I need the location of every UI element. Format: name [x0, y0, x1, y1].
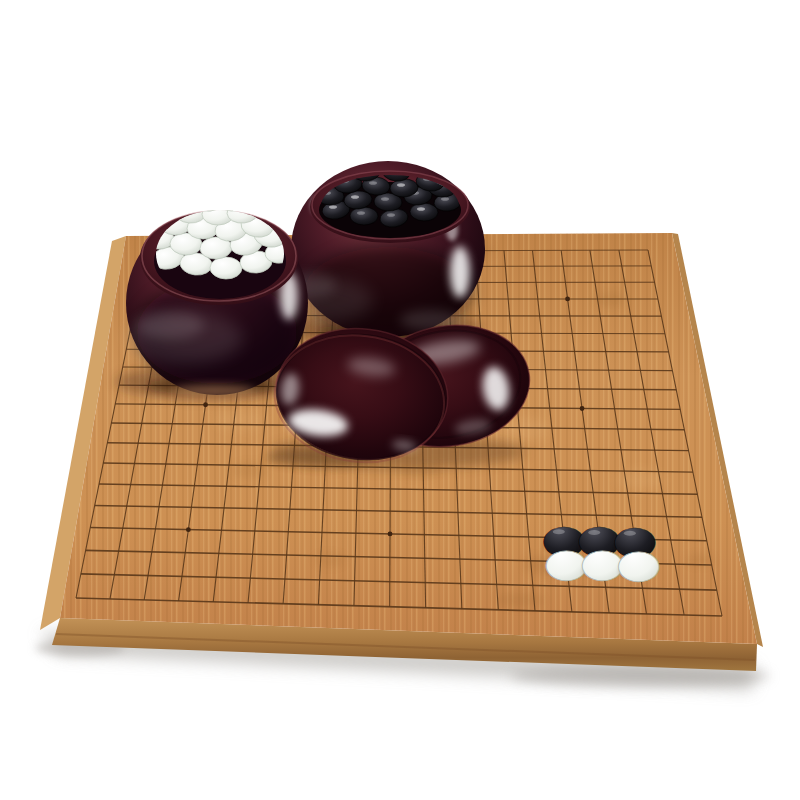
product-photo-go-set: ●●●●●●: [0, 0, 800, 800]
white-stone-in-bowl: [210, 257, 242, 280]
wood-light-patch: [214, 410, 266, 430]
specular-highlight: [450, 246, 470, 298]
wood-light-patch: [616, 470, 664, 490]
star-point-D10: [203, 402, 208, 407]
black-stone-in-bowl: [350, 207, 378, 225]
stones-on-board: ●●●●●●: [541, 515, 662, 586]
stone-glint: [417, 207, 425, 211]
stone-glint: [553, 529, 565, 534]
stone-glint: [387, 213, 395, 217]
stone-glint: [369, 181, 377, 185]
stone-glint: [624, 531, 636, 536]
stone-glint: [357, 211, 365, 215]
stone-glint: [381, 197, 389, 201]
star-point-Q10: [580, 406, 585, 411]
stone-glint: [351, 195, 359, 199]
stone-white-R3: ●: [615, 541, 661, 586]
wood-smudge: [232, 462, 268, 478]
star-point-Q16: [565, 297, 570, 302]
stone-glint: [329, 205, 337, 209]
star-point-D4: [186, 527, 191, 532]
stone-glint: [441, 197, 449, 201]
stone-glint: [397, 183, 405, 187]
stone-glint: [588, 530, 600, 535]
star-point-K4: [388, 532, 393, 537]
go-set-scene: ●●●●●●: [0, 0, 800, 800]
wood-smudge: [595, 293, 625, 307]
wood-smudge: [496, 592, 544, 608]
